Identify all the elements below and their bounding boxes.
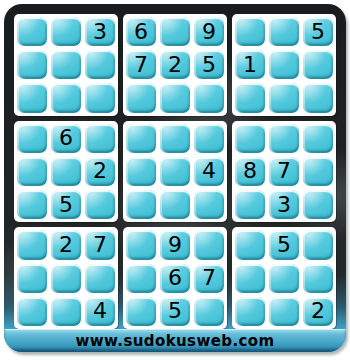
cell-r9c2[interactable]	[51, 297, 81, 326]
cell-r3c1[interactable]	[17, 83, 47, 112]
cell-r9c7[interactable]	[235, 297, 265, 326]
cell-r6c7[interactable]	[235, 190, 265, 219]
cell-r8c8[interactable]	[269, 264, 299, 293]
cell-r1c9[interactable]: 5	[303, 17, 333, 46]
cell-r5c7[interactable]: 8	[235, 157, 265, 186]
cell-r6c4[interactable]	[126, 190, 156, 219]
box-9: 52	[232, 227, 336, 329]
cell-r2c2[interactable]	[51, 50, 81, 79]
cell-r8c4[interactable]	[126, 264, 156, 293]
cell-r3c6[interactable]	[194, 83, 224, 112]
cell-r5c2[interactable]	[51, 157, 81, 186]
cell-r3c3[interactable]	[85, 83, 115, 112]
cell-r4c3[interactable]	[85, 124, 115, 153]
cell-r5c6[interactable]: 4	[194, 157, 224, 186]
cell-r1c1[interactable]	[17, 17, 47, 46]
cell-r7c9[interactable]	[303, 230, 333, 259]
cell-r2c7[interactable]: 1	[235, 50, 265, 79]
cell-r7c3[interactable]: 7	[85, 230, 115, 259]
cell-r2c3[interactable]	[85, 50, 115, 79]
cell-r1c7[interactable]	[235, 17, 265, 46]
page: 3 69725 51 625 4 873 274 9675 52 www.sud…	[0, 0, 350, 360]
box-7: 274	[14, 227, 118, 329]
cell-r3c2[interactable]	[51, 83, 81, 112]
cell-r6c6[interactable]	[194, 190, 224, 219]
cell-r6c3[interactable]	[85, 190, 115, 219]
cell-r4c8[interactable]	[269, 124, 299, 153]
cell-r4c6[interactable]	[194, 124, 224, 153]
cell-r9c4[interactable]	[126, 297, 156, 326]
cell-r9c6[interactable]	[194, 297, 224, 326]
cell-r4c7[interactable]	[235, 124, 265, 153]
cell-r3c7[interactable]	[235, 83, 265, 112]
cell-r7c7[interactable]	[235, 230, 265, 259]
cell-r4c1[interactable]	[17, 124, 47, 153]
cell-r5c9[interactable]	[303, 157, 333, 186]
cell-r2c8[interactable]	[269, 50, 299, 79]
cell-r7c5[interactable]: 9	[160, 230, 190, 259]
cell-r9c8[interactable]	[269, 297, 299, 326]
cell-r1c5[interactable]	[160, 17, 190, 46]
cell-r1c3[interactable]: 3	[85, 17, 115, 46]
cell-r1c4[interactable]: 6	[126, 17, 156, 46]
cell-r5c3[interactable]: 2	[85, 157, 115, 186]
cell-r5c4[interactable]	[126, 157, 156, 186]
cell-r3c5[interactable]	[160, 83, 190, 112]
cell-r2c4[interactable]: 7	[126, 50, 156, 79]
cell-r8c6[interactable]: 7	[194, 264, 224, 293]
cell-r7c6[interactable]	[194, 230, 224, 259]
cell-r8c7[interactable]	[235, 264, 265, 293]
cell-r6c5[interactable]	[160, 190, 190, 219]
cell-r7c2[interactable]: 2	[51, 230, 81, 259]
cell-r7c1[interactable]	[17, 230, 47, 259]
cell-r9c5[interactable]: 5	[160, 297, 190, 326]
cell-r7c8[interactable]: 5	[269, 230, 299, 259]
cell-r8c9[interactable]	[303, 264, 333, 293]
box-5: 4	[123, 121, 227, 223]
cell-r2c9[interactable]	[303, 50, 333, 79]
cell-r3c8[interactable]	[269, 83, 299, 112]
cell-r1c2[interactable]	[51, 17, 81, 46]
cell-r7c4[interactable]	[126, 230, 156, 259]
box-2: 69725	[123, 14, 227, 116]
cell-r6c1[interactable]	[17, 190, 47, 219]
box-6: 873	[232, 121, 336, 223]
cell-r4c4[interactable]	[126, 124, 156, 153]
cell-r4c5[interactable]	[160, 124, 190, 153]
box-8: 9675	[123, 227, 227, 329]
box-3: 51	[232, 14, 336, 116]
cell-r2c1[interactable]	[17, 50, 47, 79]
cell-r9c9[interactable]: 2	[303, 297, 333, 326]
cell-r3c9[interactable]	[303, 83, 333, 112]
cell-r8c1[interactable]	[17, 264, 47, 293]
sudoku-board: 3 69725 51 625 4 873 274 9675 52 www.sud…	[4, 4, 346, 352]
cell-r5c5[interactable]	[160, 157, 190, 186]
cell-r9c3[interactable]: 4	[85, 297, 115, 326]
box-1: 3	[14, 14, 118, 116]
cell-r1c6[interactable]: 9	[194, 17, 224, 46]
footer-bar: www.sudokusweb.com	[4, 329, 346, 352]
sudoku-grid: 3 69725 51 625 4 873 274 9675 52	[14, 14, 336, 329]
box-4: 625	[14, 121, 118, 223]
cell-r6c8[interactable]: 3	[269, 190, 299, 219]
cell-r2c6[interactable]: 5	[194, 50, 224, 79]
cell-r2c5[interactable]: 2	[160, 50, 190, 79]
cell-r8c2[interactable]	[51, 264, 81, 293]
cell-r8c5[interactable]: 6	[160, 264, 190, 293]
cell-r5c8[interactable]: 7	[269, 157, 299, 186]
cell-r6c9[interactable]	[303, 190, 333, 219]
cell-r9c1[interactable]	[17, 297, 47, 326]
cell-r1c8[interactable]	[269, 17, 299, 46]
cell-r6c2[interactable]: 5	[51, 190, 81, 219]
cell-r5c1[interactable]	[17, 157, 47, 186]
cell-r3c4[interactable]	[126, 83, 156, 112]
cell-r4c9[interactable]	[303, 124, 333, 153]
cell-r8c3[interactable]	[85, 264, 115, 293]
website-link[interactable]: www.sudokusweb.com	[75, 332, 274, 350]
cell-r4c2[interactable]: 6	[51, 124, 81, 153]
